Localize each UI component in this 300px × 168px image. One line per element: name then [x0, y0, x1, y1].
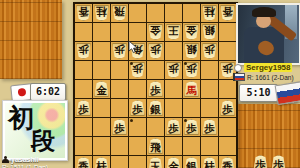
gote-captured-tray: [0, 0, 62, 79]
shogi-piece-歩-96[interactable]: 歩: [76, 100, 91, 116]
board-cell-97[interactable]: [75, 118, 92, 136]
board-cell-43[interactable]: [165, 42, 182, 60]
board-cell-53[interactable]: 歩: [147, 42, 164, 60]
board-cell-58[interactable]: 飛: [147, 137, 164, 155]
board-cell-65[interactable]: [129, 80, 146, 98]
shogi-piece-歩-66[interactable]: 歩: [130, 100, 145, 116]
board-cell-87[interactable]: [93, 118, 110, 136]
sente-name: yasashii: [11, 156, 39, 163]
board-cell-22[interactable]: 銀: [201, 23, 218, 41]
board-cell-84[interactable]: [93, 61, 110, 79]
shogi-piece-桂-81[interactable]: 桂: [94, 5, 109, 21]
board-cell-95[interactable]: [75, 80, 92, 98]
shogi-piece-銀-39[interactable]: 銀: [184, 157, 199, 168]
board-cell-45[interactable]: [165, 80, 182, 98]
shogi-piece-歩-53[interactable]: 歩: [148, 43, 163, 59]
board-cell-15[interactable]: [219, 80, 236, 98]
board-cell-38[interactable]: [183, 137, 200, 155]
board-cell-68[interactable]: [129, 137, 146, 155]
gote-avatar: [236, 3, 300, 65]
shogi-piece-金-52[interactable]: 金: [148, 24, 163, 40]
shogi-piece-馬-35[interactable]: 馬: [184, 81, 199, 97]
gote-name: Sergey1958: [244, 63, 292, 72]
board-cell-94[interactable]: [75, 61, 92, 79]
board-cell-21[interactable]: 桂: [201, 4, 218, 22]
board-cell-73[interactable]: 歩: [111, 42, 128, 60]
shogi-piece-歩-73[interactable]: 歩: [112, 43, 127, 59]
shogi-piece-銀-22[interactable]: 銀: [202, 24, 217, 40]
board-cell-39[interactable]: 銀: [183, 156, 200, 168]
board-cell-59[interactable]: 玉: [147, 156, 164, 168]
shogi-piece-桂-89[interactable]: 桂: [94, 157, 109, 168]
board-cell-23[interactable]: 歩: [201, 42, 218, 60]
board-cell-62[interactable]: [129, 23, 146, 41]
board-cell-48[interactable]: [165, 137, 182, 155]
shogi-piece-王-42[interactable]: 王: [166, 24, 181, 40]
board-cell-18[interactable]: [219, 137, 236, 155]
board-cell-52[interactable]: 金: [147, 23, 164, 41]
board-cell-76[interactable]: [111, 99, 128, 117]
board-star-point: [130, 119, 133, 122]
board-cell-54[interactable]: [147, 61, 164, 79]
board-cell-41[interactable]: [165, 4, 182, 22]
board-cell-93[interactable]: 歩: [75, 42, 92, 60]
board-cell-91[interactable]: 香: [75, 4, 92, 22]
shogi-piece-飛-71[interactable]: 飛: [112, 5, 127, 21]
shogi-piece-歩-44[interactable]: 歩: [166, 62, 181, 78]
board-cell-74[interactable]: [111, 61, 128, 79]
rank-kanji-dan: 段: [31, 125, 55, 157]
shogi-piece-香-19[interactable]: 香: [220, 157, 235, 168]
sente-rating: R: 1511 (1-Dan): [2, 164, 48, 168]
shogi-piece-歩-27[interactable]: 歩: [202, 119, 217, 135]
board-cell-27[interactable]: 歩: [201, 118, 218, 136]
board-cell-78[interactable]: [111, 137, 128, 155]
board-cell-26[interactable]: [201, 99, 218, 117]
board-cell-28[interactable]: [201, 137, 218, 155]
shogi-piece-玉-59[interactable]: 玉: [148, 157, 163, 168]
person-icon: [2, 156, 9, 163]
shogi-piece-歩-16[interactable]: 歩: [220, 100, 235, 116]
gote-clock: 5:10: [239, 84, 278, 102]
board-cell-42[interactable]: 王: [165, 23, 182, 41]
board-cell-19[interactable]: 香: [219, 156, 236, 168]
sente-captured-tray: [233, 104, 300, 168]
board-cell-92[interactable]: [75, 23, 92, 41]
board-cell-57[interactable]: [147, 118, 164, 136]
gote-photo: [238, 5, 299, 63]
gote-side-icon: [234, 64, 242, 72]
board-cell-96[interactable]: 歩: [75, 99, 92, 117]
board-cell-46[interactable]: [165, 99, 182, 117]
board-cell-11[interactable]: 香: [219, 4, 236, 22]
shogi-piece-金-49[interactable]: 金: [166, 157, 181, 168]
board-cell-66[interactable]: 歩: [129, 99, 146, 117]
board-cell-13[interactable]: [219, 42, 236, 60]
shogi-piece-銀-33[interactable]: 銀: [184, 43, 199, 59]
board-cell-12[interactable]: [219, 23, 236, 41]
board-cell-49[interactable]: 金: [165, 156, 182, 168]
shogi-board[interactable]: 香桂飛桂香金王金銀歩歩角歩銀歩歩歩歩歩金歩馬歩歩銀歩歩歩歩歩飛香桂玉金銀桂香: [73, 2, 238, 168]
shogi-piece-香-91[interactable]: 香: [76, 5, 91, 21]
board-cell-44[interactable]: 歩: [165, 61, 182, 79]
board-star-point: [130, 62, 133, 65]
gote-name-row[interactable]: Sergey1958: [234, 63, 292, 72]
shogi-piece-銀-56[interactable]: 銀: [148, 100, 163, 116]
russia-flag-icon: [275, 81, 300, 105]
board-cell-83[interactable]: [93, 42, 110, 60]
shogi-piece-歩-47[interactable]: 歩: [166, 119, 181, 135]
hat-shape: [252, 7, 276, 17]
board-cell-36[interactable]: [183, 99, 200, 117]
rank-card-image: 初 段: [5, 103, 65, 158]
board-star-point: [184, 62, 187, 65]
board-cell-88[interactable]: [93, 137, 110, 155]
board-cell-29[interactable]: 桂: [201, 156, 218, 168]
board-cell-86[interactable]: [93, 99, 110, 117]
shogi-piece-歩-93[interactable]: 歩: [76, 43, 91, 59]
board-cell-77[interactable]: 歩: [111, 118, 128, 136]
gote-rating: R: 1661 (2-Dan): [247, 74, 294, 81]
board-cell-35[interactable]: 馬: [183, 80, 200, 98]
sente-clock: 6:02: [30, 83, 66, 101]
board-cell-61[interactable]: [129, 4, 146, 22]
shogi-piece-香-99[interactable]: 香: [76, 157, 91, 168]
board-cell-85[interactable]: 金: [93, 80, 110, 98]
board-cell-47[interactable]: 歩: [165, 118, 182, 136]
mouse-cursor-icon: [128, 41, 140, 54]
board-cell-55[interactable]: 歩: [147, 80, 164, 98]
board-cell-56[interactable]: 銀: [147, 99, 164, 117]
shogi-piece-飛-58[interactable]: 飛: [148, 138, 163, 154]
shogi-piece-歩-55[interactable]: 歩: [148, 81, 163, 97]
sente-rank-card: 初 段: [2, 100, 68, 161]
board-cell-69[interactable]: [129, 156, 146, 168]
board-cell-99[interactable]: 香: [75, 156, 92, 168]
board-cell-33[interactable]: 銀: [183, 42, 200, 60]
mini-russia-flag-icon: [234, 73, 245, 81]
gote-rating-row: R: 1661 (2-Dan): [234, 73, 294, 81]
board-cell-25[interactable]: [201, 80, 218, 98]
board-cell-79[interactable]: [111, 156, 128, 168]
sente-rating-row: R: 1511 (1-Dan): [2, 164, 48, 168]
shogi-piece-歩-23[interactable]: 歩: [202, 43, 217, 59]
board-star-point: [184, 119, 187, 122]
board-cell-72[interactable]: [111, 23, 128, 41]
shogi-piece-桂-21[interactable]: 桂: [202, 5, 217, 21]
shogi-piece-金-85[interactable]: 金: [94, 81, 109, 97]
board-cell-16[interactable]: 歩: [219, 99, 236, 117]
board-cell-17[interactable]: [219, 118, 236, 136]
board-cell-24[interactable]: [201, 61, 218, 79]
board-cell-89[interactable]: 桂: [93, 156, 110, 168]
sente-name-row[interactable]: yasashii: [2, 156, 39, 163]
board-cell-71[interactable]: 飛: [111, 4, 128, 22]
board-cell-31[interactable]: [183, 4, 200, 22]
board-cell-51[interactable]: [147, 4, 164, 22]
board-cell-82[interactable]: [93, 23, 110, 41]
shogi-piece-金-32[interactable]: 金: [184, 24, 199, 40]
shogi-piece-歩-77[interactable]: 歩: [112, 119, 127, 135]
shogi-piece-桂-29[interactable]: 桂: [202, 157, 217, 168]
board-cell-75[interactable]: [111, 80, 128, 98]
board-cell-81[interactable]: 桂: [93, 4, 110, 22]
board-cell-98[interactable]: [75, 137, 92, 155]
shogi-piece-香-11[interactable]: 香: [220, 5, 235, 21]
game-screen: { "game": "shogi", "position": { "sfen":…: [0, 0, 300, 168]
board-cell-32[interactable]: 金: [183, 23, 200, 41]
